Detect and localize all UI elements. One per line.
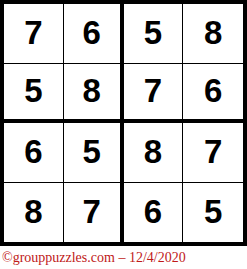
cell-r2c2: 8	[64, 64, 124, 124]
cell-r4c2: 7	[64, 183, 124, 243]
cell-r4c3: 6	[124, 183, 184, 243]
cell-r1c1: 7	[4, 4, 64, 64]
cell-r2c3: 7	[124, 64, 184, 124]
cell-r2c4: 6	[183, 64, 243, 124]
cell-r2c1: 5	[4, 64, 64, 124]
cell-r3c4: 7	[183, 123, 243, 183]
sudoku-page: 7658587665878765 ©grouppuzzles.com – 12/…	[0, 0, 247, 269]
sudoku-board: 7658587665878765	[0, 0, 247, 246]
cell-r4c4: 5	[183, 183, 243, 243]
cell-r1c3: 5	[124, 4, 184, 64]
cell-r3c1: 6	[4, 123, 64, 183]
cell-r1c4: 8	[183, 4, 243, 64]
cell-r3c3: 8	[124, 123, 184, 183]
cell-r1c2: 6	[64, 4, 124, 64]
copyright-footer: ©grouppuzzles.com – 12/4/2020	[2, 248, 245, 267]
cell-r3c2: 5	[64, 123, 124, 183]
cell-r4c1: 8	[4, 183, 64, 243]
